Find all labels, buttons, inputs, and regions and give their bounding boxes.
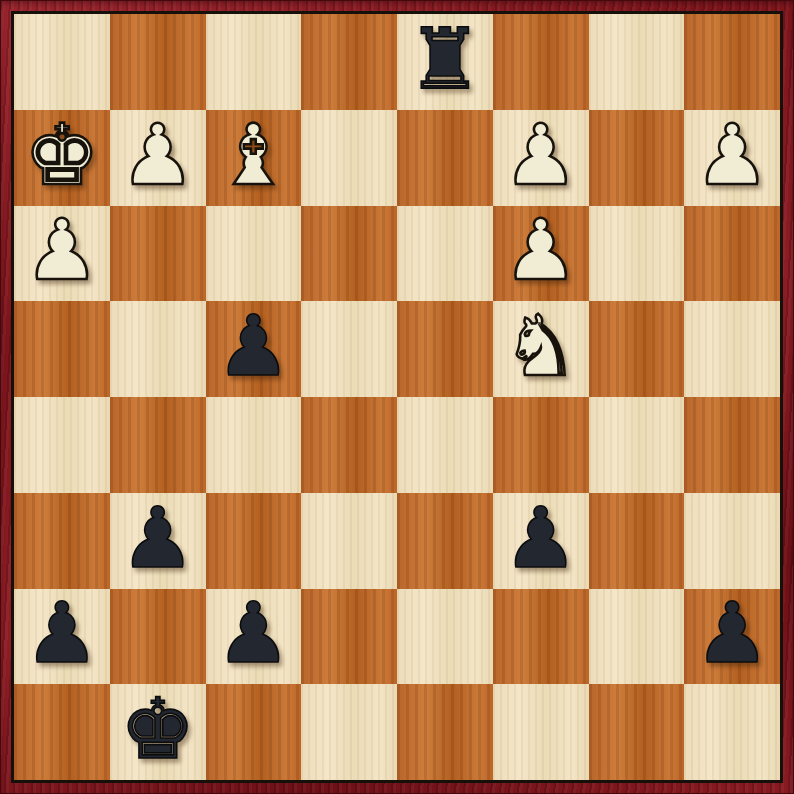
square-d2[interactable] [301, 589, 397, 685]
square-a3[interactable] [14, 493, 110, 589]
board-frame: ♜♚♟♝♟♟♟♟♟♞♟♟♟♟♟♚ [0, 0, 794, 794]
square-g2[interactable] [589, 589, 685, 685]
black-pawn[interactable]: ♟ [24, 591, 99, 675]
square-e3[interactable] [397, 493, 493, 589]
square-b4[interactable] [110, 397, 206, 493]
white-pawn[interactable]: ♟ [694, 113, 769, 197]
square-g6[interactable] [589, 206, 685, 302]
square-a7[interactable]: ♚ [14, 110, 110, 206]
square-e6[interactable] [397, 206, 493, 302]
black-pawn[interactable]: ♟ [120, 496, 195, 580]
square-d1[interactable] [301, 684, 397, 780]
square-e1[interactable] [397, 684, 493, 780]
square-c6[interactable] [206, 206, 302, 302]
square-a5[interactable] [14, 301, 110, 397]
square-g3[interactable] [589, 493, 685, 589]
chessboard-screenshot: ♜♚♟♝♟♟♟♟♟♞♟♟♟♟♟♚ [0, 0, 794, 794]
square-g4[interactable] [589, 397, 685, 493]
square-b7[interactable]: ♟ [110, 110, 206, 206]
square-h4[interactable] [684, 397, 780, 493]
square-h1[interactable] [684, 684, 780, 780]
square-b8[interactable] [110, 14, 206, 110]
square-h2[interactable]: ♟ [684, 589, 780, 685]
square-b3[interactable]: ♟ [110, 493, 206, 589]
white-pawn[interactable]: ♟ [503, 113, 578, 197]
square-e8[interactable]: ♜ [397, 14, 493, 110]
square-f3[interactable]: ♟ [493, 493, 589, 589]
square-c5[interactable]: ♟ [206, 301, 302, 397]
square-d8[interactable] [301, 14, 397, 110]
square-f2[interactable] [493, 589, 589, 685]
square-c1[interactable] [206, 684, 302, 780]
square-e2[interactable] [397, 589, 493, 685]
square-h3[interactable] [684, 493, 780, 589]
square-f8[interactable] [493, 14, 589, 110]
square-a4[interactable] [14, 397, 110, 493]
square-f6[interactable]: ♟ [493, 206, 589, 302]
white-knight[interactable]: ♞ [503, 304, 578, 388]
square-d3[interactable] [301, 493, 397, 589]
square-f1[interactable] [493, 684, 589, 780]
black-rook[interactable]: ♜ [407, 17, 482, 101]
square-g7[interactable] [589, 110, 685, 206]
white-pawn[interactable]: ♟ [120, 113, 195, 197]
square-a1[interactable] [14, 684, 110, 780]
square-c3[interactable] [206, 493, 302, 589]
black-pawn[interactable]: ♟ [694, 591, 769, 675]
square-f5[interactable]: ♞ [493, 301, 589, 397]
square-b1[interactable]: ♚ [110, 684, 206, 780]
white-pawn[interactable]: ♟ [503, 208, 578, 292]
white-king[interactable]: ♚ [24, 113, 99, 197]
square-d5[interactable] [301, 301, 397, 397]
square-e4[interactable] [397, 397, 493, 493]
chess-board-grid: ♜♚♟♝♟♟♟♟♟♞♟♟♟♟♟♚ [11, 11, 783, 783]
square-d6[interactable] [301, 206, 397, 302]
square-d4[interactable] [301, 397, 397, 493]
square-d7[interactable] [301, 110, 397, 206]
square-h5[interactable] [684, 301, 780, 397]
black-king[interactable]: ♚ [120, 687, 195, 771]
square-g5[interactable] [589, 301, 685, 397]
black-pawn[interactable]: ♟ [216, 304, 291, 388]
square-h6[interactable] [684, 206, 780, 302]
square-g1[interactable] [589, 684, 685, 780]
square-c7[interactable]: ♝ [206, 110, 302, 206]
square-b6[interactable] [110, 206, 206, 302]
square-g8[interactable] [589, 14, 685, 110]
square-c4[interactable] [206, 397, 302, 493]
square-c8[interactable] [206, 14, 302, 110]
square-a8[interactable] [14, 14, 110, 110]
square-e5[interactable] [397, 301, 493, 397]
black-pawn[interactable]: ♟ [503, 496, 578, 580]
square-c2[interactable]: ♟ [206, 589, 302, 685]
square-h7[interactable]: ♟ [684, 110, 780, 206]
black-pawn[interactable]: ♟ [216, 591, 291, 675]
white-bishop[interactable]: ♝ [216, 113, 291, 197]
square-f4[interactable] [493, 397, 589, 493]
square-a6[interactable]: ♟ [14, 206, 110, 302]
square-a2[interactable]: ♟ [14, 589, 110, 685]
square-b2[interactable] [110, 589, 206, 685]
square-b5[interactable] [110, 301, 206, 397]
white-pawn[interactable]: ♟ [24, 208, 99, 292]
square-e7[interactable] [397, 110, 493, 206]
square-f7[interactable]: ♟ [493, 110, 589, 206]
square-h8[interactable] [684, 14, 780, 110]
